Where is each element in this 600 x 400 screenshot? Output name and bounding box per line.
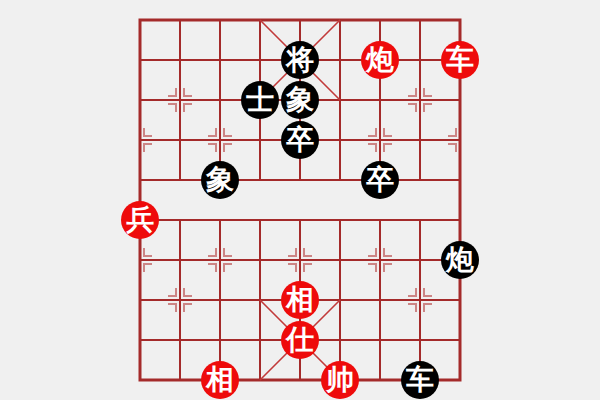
red-elephant[interactable]: 相 <box>201 361 239 399</box>
black-elephant[interactable]: 象 <box>201 161 239 199</box>
red-chariot[interactable]: 车 <box>441 41 479 79</box>
red-advisor[interactable]: 仕 <box>281 321 319 359</box>
black-general[interactable]: 将 <box>281 41 319 79</box>
red-soldier[interactable]: 兵 <box>121 201 159 239</box>
red-elephant[interactable]: 相 <box>281 281 319 319</box>
red-cannon[interactable]: 炮 <box>361 41 399 79</box>
pieces-grid: 将炮车士象卒象卒兵炮相仕相帅车 <box>120 0 480 400</box>
black-soldier[interactable]: 卒 <box>281 121 319 159</box>
black-cannon[interactable]: 炮 <box>441 241 479 279</box>
red-general[interactable]: 帅 <box>321 361 359 399</box>
black-advisor[interactable]: 士 <box>241 81 279 119</box>
black-soldier[interactable]: 卒 <box>361 161 399 199</box>
xiangqi-board: 将炮车士象卒象卒兵炮相仕相帅车 <box>0 0 600 400</box>
black-elephant[interactable]: 象 <box>281 81 319 119</box>
black-chariot[interactable]: 车 <box>401 361 439 399</box>
